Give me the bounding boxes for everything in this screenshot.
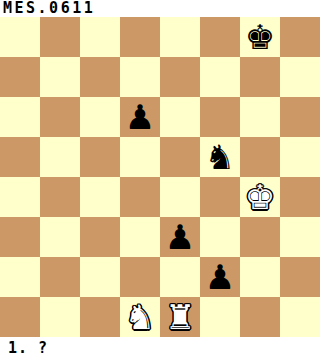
chess-board: ♚♟♞♚♟♟♞♜ (0, 17, 320, 337)
square-g3[interactable] (240, 217, 280, 257)
square-d2[interactable] (120, 257, 160, 297)
square-h6[interactable] (280, 97, 320, 137)
square-c8[interactable] (80, 17, 120, 57)
black-king-g8: ♚ (245, 17, 275, 57)
square-e1[interactable]: ♜ (160, 297, 200, 337)
square-b3[interactable] (40, 217, 80, 257)
square-e3[interactable]: ♟ (160, 217, 200, 257)
square-g4[interactable]: ♚ (240, 177, 280, 217)
square-e7[interactable] (160, 57, 200, 97)
square-h7[interactable] (280, 57, 320, 97)
square-g1[interactable] (240, 297, 280, 337)
square-f3[interactable] (200, 217, 240, 257)
square-a5[interactable] (0, 137, 40, 177)
black-pawn-e3: ♟ (165, 217, 195, 257)
square-e8[interactable] (160, 17, 200, 57)
square-a2[interactable] (0, 257, 40, 297)
square-h3[interactable] (280, 217, 320, 257)
square-b2[interactable] (40, 257, 80, 297)
square-b7[interactable] (40, 57, 80, 97)
square-f1[interactable] (200, 297, 240, 337)
square-a6[interactable] (0, 97, 40, 137)
square-c6[interactable] (80, 97, 120, 137)
square-g2[interactable] (240, 257, 280, 297)
square-h8[interactable] (280, 17, 320, 57)
puzzle-id: MES.0611 (0, 0, 320, 17)
square-d5[interactable] (120, 137, 160, 177)
black-pawn-d6: ♟ (125, 97, 155, 137)
square-d1[interactable]: ♞ (120, 297, 160, 337)
square-d8[interactable] (120, 17, 160, 57)
square-c3[interactable] (80, 217, 120, 257)
square-a4[interactable] (0, 177, 40, 217)
square-h4[interactable] (280, 177, 320, 217)
square-a8[interactable] (0, 17, 40, 57)
square-b5[interactable] (40, 137, 80, 177)
square-c4[interactable] (80, 177, 120, 217)
square-f8[interactable] (200, 17, 240, 57)
square-h5[interactable] (280, 137, 320, 177)
square-c7[interactable] (80, 57, 120, 97)
square-f7[interactable] (200, 57, 240, 97)
square-g8[interactable]: ♚ (240, 17, 280, 57)
black-pawn-f2: ♟ (205, 257, 235, 297)
move-prompt: 1. ? (0, 337, 320, 360)
black-knight-f5: ♞ (205, 137, 235, 177)
square-g7[interactable] (240, 57, 280, 97)
square-d4[interactable] (120, 177, 160, 217)
square-f2[interactable]: ♟ (200, 257, 240, 297)
square-e6[interactable] (160, 97, 200, 137)
square-e2[interactable] (160, 257, 200, 297)
white-rook-e1: ♜ (165, 297, 195, 337)
square-f4[interactable] (200, 177, 240, 217)
square-a3[interactable] (0, 217, 40, 257)
square-d6[interactable]: ♟ (120, 97, 160, 137)
square-g6[interactable] (240, 97, 280, 137)
square-b1[interactable] (40, 297, 80, 337)
square-c2[interactable] (80, 257, 120, 297)
square-d3[interactable] (120, 217, 160, 257)
square-g5[interactable] (240, 137, 280, 177)
square-b8[interactable] (40, 17, 80, 57)
square-e4[interactable] (160, 177, 200, 217)
square-b6[interactable] (40, 97, 80, 137)
square-h2[interactable] (280, 257, 320, 297)
square-d7[interactable] (120, 57, 160, 97)
square-h1[interactable] (280, 297, 320, 337)
square-a1[interactable] (0, 297, 40, 337)
square-c5[interactable] (80, 137, 120, 177)
square-f5[interactable]: ♞ (200, 137, 240, 177)
square-a7[interactable] (0, 57, 40, 97)
square-c1[interactable] (80, 297, 120, 337)
square-f6[interactable] (200, 97, 240, 137)
white-knight-d1: ♞ (125, 297, 155, 337)
white-king-g4: ♚ (245, 177, 275, 217)
square-e5[interactable] (160, 137, 200, 177)
square-b4[interactable] (40, 177, 80, 217)
